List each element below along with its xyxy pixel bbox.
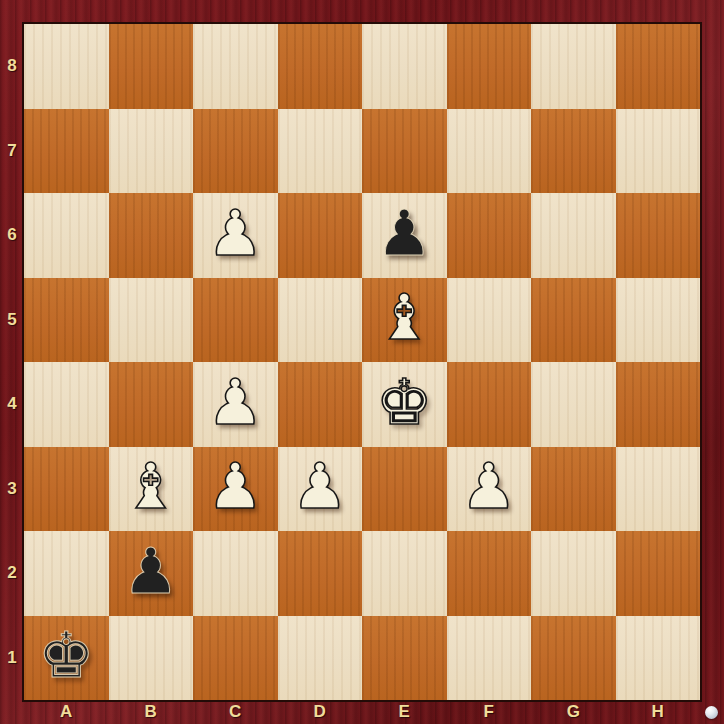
sphere-icon <box>705 706 718 719</box>
square-h4[interactable] <box>616 362 701 447</box>
square-f1[interactable] <box>447 616 532 701</box>
rank-label-1: 1 <box>0 616 24 701</box>
file-label-g: G <box>531 700 616 724</box>
square-c8[interactable] <box>193 24 278 109</box>
square-d4[interactable] <box>278 362 363 447</box>
square-d1[interactable] <box>278 616 363 701</box>
rank-label-6: 6 <box>0 193 24 278</box>
file-label-b: B <box>109 700 194 724</box>
file-label-a: A <box>24 700 109 724</box>
square-f7[interactable] <box>447 109 532 194</box>
square-h6[interactable] <box>616 193 701 278</box>
chess-board: ♟♟♝♟♚♝♟♟♟♟♚ <box>24 24 700 700</box>
square-f3[interactable]: ♟ <box>447 447 532 532</box>
square-e1[interactable] <box>362 616 447 701</box>
piece-white-king-e4[interactable]: ♚ <box>376 371 432 434</box>
square-f5[interactable] <box>447 278 532 363</box>
square-a4[interactable] <box>24 362 109 447</box>
square-g5[interactable] <box>531 278 616 363</box>
square-b7[interactable] <box>109 109 194 194</box>
square-c2[interactable] <box>193 531 278 616</box>
square-e3[interactable] <box>362 447 447 532</box>
chess-board-screenshot: ♟♟♝♟♚♝♟♟♟♟♚ 87654321ABCDEFGH <box>0 0 724 724</box>
square-b5[interactable] <box>109 278 194 363</box>
file-label-h: H <box>616 700 701 724</box>
square-g1[interactable] <box>531 616 616 701</box>
square-g4[interactable] <box>531 362 616 447</box>
square-b6[interactable] <box>109 193 194 278</box>
rank-label-7: 7 <box>0 109 24 194</box>
square-f2[interactable] <box>447 531 532 616</box>
square-a6[interactable] <box>24 193 109 278</box>
square-c6[interactable]: ♟ <box>193 193 278 278</box>
square-c5[interactable] <box>193 278 278 363</box>
piece-black-pawn-e6[interactable]: ♟ <box>376 202 432 265</box>
piece-black-pawn-b2[interactable]: ♟ <box>123 540 179 603</box>
square-d5[interactable] <box>278 278 363 363</box>
file-label-d: D <box>278 700 363 724</box>
square-b8[interactable] <box>109 24 194 109</box>
piece-white-pawn-c6[interactable]: ♟ <box>207 202 263 265</box>
square-b1[interactable] <box>109 616 194 701</box>
square-a1[interactable]: ♚ <box>24 616 109 701</box>
square-a2[interactable] <box>24 531 109 616</box>
square-b4[interactable] <box>109 362 194 447</box>
piece-white-pawn-d3[interactable]: ♟ <box>292 455 348 518</box>
file-label-f: F <box>447 700 532 724</box>
square-h2[interactable] <box>616 531 701 616</box>
square-a3[interactable] <box>24 447 109 532</box>
square-g2[interactable] <box>531 531 616 616</box>
file-label-c: C <box>193 700 278 724</box>
square-h1[interactable] <box>616 616 701 701</box>
rank-label-5: 5 <box>0 278 24 363</box>
square-g8[interactable] <box>531 24 616 109</box>
piece-white-bishop-e5[interactable]: ♝ <box>376 286 432 349</box>
square-g6[interactable] <box>531 193 616 278</box>
square-c3[interactable]: ♟ <box>193 447 278 532</box>
square-h5[interactable] <box>616 278 701 363</box>
file-label-e: E <box>362 700 447 724</box>
square-b2[interactable]: ♟ <box>109 531 194 616</box>
piece-white-pawn-c3[interactable]: ♟ <box>207 455 263 518</box>
square-d2[interactable] <box>278 531 363 616</box>
rank-label-2: 2 <box>0 531 24 616</box>
square-c7[interactable] <box>193 109 278 194</box>
square-e5[interactable]: ♝ <box>362 278 447 363</box>
square-a7[interactable] <box>24 109 109 194</box>
square-f4[interactable] <box>447 362 532 447</box>
square-b3[interactable]: ♝ <box>109 447 194 532</box>
square-e8[interactable] <box>362 24 447 109</box>
rank-label-4: 4 <box>0 362 24 447</box>
square-h8[interactable] <box>616 24 701 109</box>
piece-black-king-a1[interactable]: ♚ <box>38 624 94 687</box>
square-d8[interactable] <box>278 24 363 109</box>
rank-label-3: 3 <box>0 447 24 532</box>
piece-white-pawn-f3[interactable]: ♟ <box>461 455 517 518</box>
square-h7[interactable] <box>616 109 701 194</box>
square-h3[interactable] <box>616 447 701 532</box>
square-f8[interactable] <box>447 24 532 109</box>
piece-white-pawn-c4[interactable]: ♟ <box>207 371 263 434</box>
square-c1[interactable] <box>193 616 278 701</box>
square-e4[interactable]: ♚ <box>362 362 447 447</box>
square-e7[interactable] <box>362 109 447 194</box>
piece-white-bishop-b3[interactable]: ♝ <box>123 455 179 518</box>
square-f6[interactable] <box>447 193 532 278</box>
square-e6[interactable]: ♟ <box>362 193 447 278</box>
square-d3[interactable]: ♟ <box>278 447 363 532</box>
square-c4[interactable]: ♟ <box>193 362 278 447</box>
square-g3[interactable] <box>531 447 616 532</box>
square-a5[interactable] <box>24 278 109 363</box>
square-a8[interactable] <box>24 24 109 109</box>
square-e2[interactable] <box>362 531 447 616</box>
square-d7[interactable] <box>278 109 363 194</box>
rank-label-8: 8 <box>0 24 24 109</box>
square-d6[interactable] <box>278 193 363 278</box>
square-g7[interactable] <box>531 109 616 194</box>
